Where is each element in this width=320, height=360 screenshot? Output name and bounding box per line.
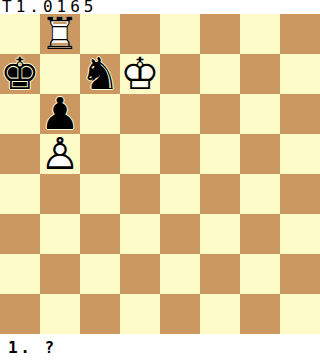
white-king-icon: ♚♔ (120, 54, 160, 94)
square-h8[interactable] (280, 14, 320, 54)
square-g2[interactable] (240, 254, 280, 294)
square-e8[interactable] (160, 14, 200, 54)
square-g8[interactable] (240, 14, 280, 54)
square-h6[interactable] (280, 94, 320, 134)
square-h3[interactable] (280, 214, 320, 254)
square-d1[interactable] (120, 294, 160, 334)
square-d3[interactable] (120, 214, 160, 254)
square-b5[interactable]: ♟♙ (40, 134, 80, 174)
white-pawn-icon: ♟♙ (40, 134, 80, 174)
square-d6[interactable] (120, 94, 160, 134)
square-e2[interactable] (160, 254, 200, 294)
square-c8[interactable] (80, 14, 120, 54)
square-c6[interactable] (80, 94, 120, 134)
square-f2[interactable] (200, 254, 240, 294)
square-a5[interactable] (0, 134, 40, 174)
square-g5[interactable] (240, 134, 280, 174)
square-b4[interactable] (40, 174, 80, 214)
square-h4[interactable] (280, 174, 320, 214)
square-b7[interactable] (40, 54, 80, 94)
square-d8[interactable] (120, 14, 160, 54)
square-c4[interactable] (80, 174, 120, 214)
chess-board: ♜♖♚♞♚♔♟♟♙ (0, 14, 320, 334)
square-f8[interactable] (200, 14, 240, 54)
square-c3[interactable] (80, 214, 120, 254)
puzzle-id-text: T1.0165 (2, 0, 97, 14)
square-f6[interactable] (200, 94, 240, 134)
square-g7[interactable] (240, 54, 280, 94)
square-b2[interactable] (40, 254, 80, 294)
square-c1[interactable] (80, 294, 120, 334)
square-b8[interactable]: ♜♖ (40, 14, 80, 54)
black-king-icon: ♚ (0, 54, 40, 94)
square-e7[interactable] (160, 54, 200, 94)
square-g4[interactable] (240, 174, 280, 214)
square-g6[interactable] (240, 94, 280, 134)
square-a8[interactable] (0, 14, 40, 54)
square-e3[interactable] (160, 214, 200, 254)
square-f1[interactable] (200, 294, 240, 334)
square-a7[interactable]: ♚ (0, 54, 40, 94)
square-g1[interactable] (240, 294, 280, 334)
square-d4[interactable] (120, 174, 160, 214)
puzzle-id-label: T1.0165 (0, 0, 320, 14)
square-h1[interactable] (280, 294, 320, 334)
square-a2[interactable] (0, 254, 40, 294)
square-g3[interactable] (240, 214, 280, 254)
square-a4[interactable] (0, 174, 40, 214)
square-b3[interactable] (40, 214, 80, 254)
square-e5[interactable] (160, 134, 200, 174)
square-f7[interactable] (200, 54, 240, 94)
move-prompt: 1. ? (0, 334, 320, 360)
square-d5[interactable] (120, 134, 160, 174)
square-e6[interactable] (160, 94, 200, 134)
square-e4[interactable] (160, 174, 200, 214)
square-h2[interactable] (280, 254, 320, 294)
square-d7[interactable]: ♚♔ (120, 54, 160, 94)
square-c5[interactable] (80, 134, 120, 174)
square-f5[interactable] (200, 134, 240, 174)
square-e1[interactable] (160, 294, 200, 334)
square-d2[interactable] (120, 254, 160, 294)
square-c2[interactable] (80, 254, 120, 294)
chess-puzzle-screen: T1.0165 ♜♖♚♞♚♔♟♟♙ 1. ? (0, 0, 320, 360)
square-b6[interactable]: ♟ (40, 94, 80, 134)
square-f3[interactable] (200, 214, 240, 254)
black-knight-icon: ♞ (80, 54, 120, 94)
square-b1[interactable] (40, 294, 80, 334)
square-f4[interactable] (200, 174, 240, 214)
square-h7[interactable] (280, 54, 320, 94)
square-a6[interactable] (0, 94, 40, 134)
square-a3[interactable] (0, 214, 40, 254)
move-prompt-text: 1. ? (8, 338, 57, 357)
square-h5[interactable] (280, 134, 320, 174)
square-a1[interactable] (0, 294, 40, 334)
black-pawn-icon: ♟ (40, 94, 80, 134)
white-rook-icon: ♜♖ (40, 14, 80, 54)
square-c7[interactable]: ♞ (80, 54, 120, 94)
